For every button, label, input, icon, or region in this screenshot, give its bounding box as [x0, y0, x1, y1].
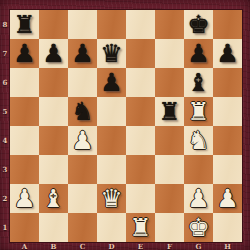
square-c6[interactable] [68, 68, 97, 97]
file-label-d: D [97, 242, 126, 250]
rank-label-3: 3 [0, 155, 10, 184]
square-f3[interactable] [155, 155, 184, 184]
square-b3[interactable] [39, 155, 68, 184]
square-d2[interactable]: ♛ [97, 184, 126, 213]
black-pawn-h7[interactable]: ♟ [213, 39, 242, 68]
board-frame: ♜♚♟♟♟♛♟♟♟♝♞♜♜♟♞♟♝♛♟♟♜♚ 87654321ABCDEFGH [0, 0, 250, 250]
square-b8[interactable] [39, 10, 68, 39]
square-a5[interactable] [10, 97, 39, 126]
square-a4[interactable] [10, 126, 39, 155]
black-pawn-d6[interactable]: ♟ [97, 68, 126, 97]
white-pawn-a2[interactable]: ♟ [10, 184, 39, 213]
square-c4[interactable]: ♟ [68, 126, 97, 155]
rank-label-4: 4 [0, 126, 10, 155]
square-g8[interactable]: ♚ [184, 10, 213, 39]
square-a7[interactable]: ♟ [10, 39, 39, 68]
square-b6[interactable] [39, 68, 68, 97]
square-f4[interactable] [155, 126, 184, 155]
square-g1[interactable]: ♚ [184, 213, 213, 242]
square-h3[interactable] [213, 155, 242, 184]
square-b5[interactable] [39, 97, 68, 126]
square-e7[interactable] [126, 39, 155, 68]
square-d1[interactable] [97, 213, 126, 242]
square-g4[interactable]: ♞ [184, 126, 213, 155]
square-g6[interactable]: ♝ [184, 68, 213, 97]
black-bishop-g6[interactable]: ♝ [184, 68, 213, 97]
black-queen-d7[interactable]: ♛ [97, 39, 126, 68]
square-a8[interactable]: ♜ [10, 10, 39, 39]
white-pawn-c4[interactable]: ♟ [68, 126, 97, 155]
square-e3[interactable] [126, 155, 155, 184]
rank-label-7: 7 [0, 39, 10, 68]
black-rook-a8[interactable]: ♜ [10, 10, 39, 39]
black-pawn-b7[interactable]: ♟ [39, 39, 68, 68]
square-h6[interactable] [213, 68, 242, 97]
square-h7[interactable]: ♟ [213, 39, 242, 68]
square-c8[interactable] [68, 10, 97, 39]
square-c7[interactable]: ♟ [68, 39, 97, 68]
square-f8[interactable] [155, 10, 184, 39]
black-pawn-c7[interactable]: ♟ [68, 39, 97, 68]
black-rook-f5[interactable]: ♜ [155, 97, 184, 126]
rank-label-2: 2 [0, 184, 10, 213]
rank-label-8: 8 [0, 10, 10, 39]
square-d7[interactable]: ♛ [97, 39, 126, 68]
square-d6[interactable]: ♟ [97, 68, 126, 97]
square-b7[interactable]: ♟ [39, 39, 68, 68]
white-pawn-h2[interactable]: ♟ [213, 184, 242, 213]
square-b2[interactable]: ♝ [39, 184, 68, 213]
square-b1[interactable] [39, 213, 68, 242]
file-label-b: B [39, 242, 68, 250]
black-king-g8[interactable]: ♚ [184, 10, 213, 39]
white-bishop-b2[interactable]: ♝ [39, 184, 68, 213]
file-label-a: A [10, 242, 39, 250]
square-h2[interactable]: ♟ [213, 184, 242, 213]
square-e2[interactable] [126, 184, 155, 213]
square-e4[interactable] [126, 126, 155, 155]
square-g2[interactable]: ♟ [184, 184, 213, 213]
rank-label-5: 5 [0, 97, 10, 126]
file-label-f: F [155, 242, 184, 250]
white-rook-e1[interactable]: ♜ [126, 213, 155, 242]
chess-board: ♜♚♟♟♟♛♟♟♟♝♞♜♜♟♞♟♝♛♟♟♜♚ [10, 10, 242, 242]
file-label-g: G [184, 242, 213, 250]
square-f2[interactable] [155, 184, 184, 213]
square-d8[interactable] [97, 10, 126, 39]
square-g3[interactable] [184, 155, 213, 184]
square-f7[interactable] [155, 39, 184, 68]
square-d4[interactable] [97, 126, 126, 155]
white-rook-g5[interactable]: ♜ [184, 97, 213, 126]
black-knight-c5[interactable]: ♞ [68, 97, 97, 126]
black-pawn-a7[interactable]: ♟ [10, 39, 39, 68]
square-d5[interactable] [97, 97, 126, 126]
file-label-h: H [213, 242, 242, 250]
square-g5[interactable]: ♜ [184, 97, 213, 126]
rank-label-1: 1 [0, 213, 10, 242]
square-c3[interactable] [68, 155, 97, 184]
square-f1[interactable] [155, 213, 184, 242]
square-h5[interactable] [213, 97, 242, 126]
white-king-g1[interactable]: ♚ [184, 213, 213, 242]
white-queen-d2[interactable]: ♛ [97, 184, 126, 213]
square-e5[interactable] [126, 97, 155, 126]
square-c5[interactable]: ♞ [68, 97, 97, 126]
square-d3[interactable] [97, 155, 126, 184]
file-label-c: C [68, 242, 97, 250]
square-f5[interactable]: ♜ [155, 97, 184, 126]
square-a6[interactable] [10, 68, 39, 97]
square-a3[interactable] [10, 155, 39, 184]
white-knight-g4[interactable]: ♞ [184, 126, 213, 155]
square-c2[interactable] [68, 184, 97, 213]
square-e1[interactable]: ♜ [126, 213, 155, 242]
square-h4[interactable] [213, 126, 242, 155]
white-pawn-g2[interactable]: ♟ [184, 184, 213, 213]
square-b4[interactable] [39, 126, 68, 155]
black-pawn-g7[interactable]: ♟ [184, 39, 213, 68]
square-h1[interactable] [213, 213, 242, 242]
square-c1[interactable] [68, 213, 97, 242]
square-f6[interactable] [155, 68, 184, 97]
square-e6[interactable] [126, 68, 155, 97]
square-e8[interactable] [126, 10, 155, 39]
file-label-e: E [126, 242, 155, 250]
rank-label-6: 6 [0, 68, 10, 97]
square-g7[interactable]: ♟ [184, 39, 213, 68]
square-h8[interactable] [213, 10, 242, 39]
square-a2[interactable]: ♟ [10, 184, 39, 213]
square-a1[interactable] [10, 213, 39, 242]
